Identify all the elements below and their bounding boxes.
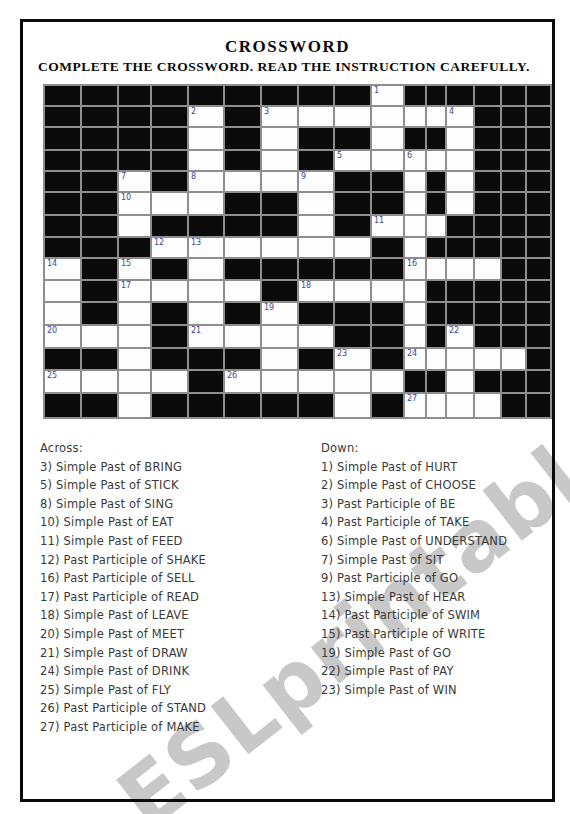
grid-cell[interactable] [262,238,297,257]
grid-cell[interactable] [447,394,473,417]
grid-cell[interactable]: 16 [405,259,425,279]
clue-item: 12) Past Participle of SHAKE [40,551,320,570]
grid-cell[interactable] [475,349,500,369]
grid-cell-black [447,281,473,301]
grid-cell-black [45,349,80,369]
grid-cell[interactable] [405,281,425,301]
grid-cell[interactable] [225,326,260,347]
grid-cell-black [502,151,525,170]
clue-number: 27 [407,394,417,404]
grid-cell-black [527,107,550,126]
grid-cell[interactable] [45,303,80,324]
grid-cell-black [119,128,150,149]
grid-cell[interactable] [427,107,445,126]
grid-cell[interactable]: 8 [189,172,223,191]
grid-cell[interactable] [447,349,473,369]
grid-cell-black [152,172,187,191]
grid-cell-black [527,394,550,417]
grid-cell-black [45,193,80,214]
grid-cell[interactable] [447,151,473,170]
clue-number: 1 [374,86,379,96]
grid-cell-black [225,394,260,417]
clue-number: 4 [449,107,454,117]
clue-number: 5 [337,151,342,161]
grid-cell-black [502,86,525,105]
grid-cell-black [405,86,425,105]
grid-cell[interactable] [335,394,370,417]
clue-item: 6) Simple Past of UNDERSTAND [321,532,566,551]
grid-cell[interactable] [119,394,150,417]
clue-number: 6 [407,151,412,161]
grid-cell[interactable] [405,238,425,257]
grid-cell-black [45,151,80,170]
grid-cell-black [335,326,370,347]
grid-cell[interactable] [225,238,260,257]
across-clues: Across: 3) Simple Past of BRING5) Simple… [40,439,320,737]
grid-cell-black [502,238,525,257]
grid-cell-black [299,303,333,324]
grid-cell[interactable] [152,193,187,214]
grid-cell[interactable] [427,394,445,417]
grid-cell-black [527,326,550,347]
grid-cell-black [447,216,473,236]
grid-cell-black [299,259,333,279]
grid-cell[interactable] [447,172,473,191]
grid-cell[interactable]: 3 [262,107,297,126]
grid-cell[interactable] [447,193,473,214]
grid-cell-black [299,128,333,149]
grid-cell-black [335,216,370,236]
grid-cell-black [225,303,260,324]
grid-cell-black [475,216,500,236]
clue-item: 16) Past Participle of SELL [40,569,320,588]
grid-cell[interactable] [372,128,403,149]
grid-cell-black [152,107,187,126]
clue-item: 10) Simple Past of EAT [40,513,320,532]
clue-number: 23 [337,349,347,359]
grid-cell-black [527,172,550,191]
grid-cell[interactable] [119,303,150,324]
grid-cell-black [82,172,117,191]
grid-cell-black [527,349,550,369]
grid-cell-black [502,193,525,214]
grid-cell-black [427,371,445,392]
grid-cell[interactable]: 17 [119,281,150,301]
grid-cell[interactable] [119,326,150,347]
grid-cell[interactable] [225,172,260,191]
grid-cell-black [45,216,80,236]
grid-cell-black [372,349,403,369]
grid-cell[interactable] [335,238,370,257]
clue-number: 21 [191,326,201,336]
grid-cell[interactable] [335,281,370,301]
clue-item: 21) Simple Past of DRAW [40,644,320,663]
grid-cell[interactable] [119,349,150,369]
grid-cell[interactable] [262,326,297,347]
grid-cell[interactable] [372,371,403,392]
clue-number: 25 [47,371,57,381]
clue-number: 3 [264,107,269,117]
grid-cell[interactable] [405,172,425,191]
grid-cell-black [82,216,117,236]
grid-cell-black [527,259,550,279]
grid-cell-black [299,349,333,369]
grid-cell-black [405,128,425,149]
clue-number: 7 [121,172,126,182]
grid-cell[interactable] [372,107,403,126]
grid-cell-black [225,151,260,170]
worksheet-page: ESLprintables CROSSWORD COMPLETE THE CRO… [0,0,570,814]
grid-cell-black [152,326,187,347]
instruction-text: COMPLETE THE CROSSWORD. READ THE INSTRUC… [38,59,538,75]
grid-cell[interactable] [372,151,403,170]
grid-cell[interactable] [82,371,117,392]
clue-number: 24 [407,349,417,359]
grid-cell-black [152,303,187,324]
grid-cell[interactable] [475,394,500,417]
grid-cell-black [427,193,445,214]
grid-cell[interactable] [427,216,445,236]
grid-cell-black [119,151,150,170]
grid-cell-black [335,172,370,191]
grid-cell[interactable] [427,151,445,170]
grid-cell-black [45,238,80,257]
grid-cell-black [335,128,370,149]
grid-cell-black [152,151,187,170]
grid-cell-black [189,86,223,105]
grid-cell-black [475,172,500,191]
grid-cell[interactable] [405,216,425,236]
grid-cell-black [82,193,117,214]
grid-cell-black [45,86,80,105]
clue-number: 14 [47,259,57,269]
grid-cell-black [45,172,80,191]
grid-cell[interactable] [405,107,425,126]
grid-cell-black [475,151,500,170]
grid-cell-black [225,193,260,214]
grid-cell[interactable] [119,371,150,392]
grid-cell[interactable]: 2 [189,107,223,126]
grid-cell-black [502,172,525,191]
grid-cell-black [527,193,550,214]
grid-cell[interactable] [299,193,333,214]
grid-cell-black [262,394,297,417]
grid-cell[interactable] [262,172,297,191]
across-header: Across: [40,439,320,458]
grid-cell-black [335,193,370,214]
clue-number: 15 [121,259,131,269]
clue-item: 24) Simple Past of DRINK [40,662,320,681]
grid-cell-black [372,259,403,279]
grid-cell-black [475,86,500,105]
grid-cell[interactable] [189,281,223,301]
grid-cell[interactable] [447,371,473,392]
clue-item: 22) Simple Past of PAY [321,662,566,681]
grid-cell-black [225,107,260,126]
grid-cell-black [299,151,333,170]
grid-cell[interactable] [262,151,297,170]
grid-cell-black [502,303,525,324]
grid-cell-black [82,151,117,170]
grid-cell[interactable]: 15 [119,259,150,279]
down-header: Down: [321,439,566,458]
grid-cell[interactable]: 11 [372,216,403,236]
grid-cell[interactable]: 14 [45,259,80,279]
grid-cell[interactable] [299,216,333,236]
clue-number: 18 [301,281,311,291]
grid-cell[interactable] [427,259,445,279]
grid-cell-black [45,128,80,149]
grid-cell-black [82,128,117,149]
clue-item: 18) Simple Past of LEAVE [40,606,320,625]
grid-cell[interactable]: 1 [372,86,403,105]
grid-cell-black [189,216,223,236]
grid-cell-black [447,238,473,257]
grid-cell-black [475,371,500,392]
grid-cell[interactable]: 6 [405,151,425,170]
grid-cell[interactable]: 20 [45,326,80,347]
grid-cell-black [475,193,500,214]
clue-item: 13) Simple Past of HEAR [321,588,566,607]
grid-cell[interactable]: 4 [447,107,473,126]
grid-cell[interactable] [447,128,473,149]
grid-cell-black [119,86,150,105]
grid-cell-black [82,107,117,126]
grid-cell[interactable]: 26 [225,371,260,392]
clue-number: 9 [301,172,306,182]
clue-item: 23) Simple Past of WIN [321,681,566,700]
grid-cell[interactable] [119,216,150,236]
grid-cell[interactable] [405,193,425,214]
grid-cell[interactable] [189,128,223,149]
grid-cell[interactable] [189,151,223,170]
clue-item: 1) Simple Past of HURT [321,458,566,477]
grid-cell[interactable]: 5 [335,151,370,170]
grid-cell-black [225,349,260,369]
grid-cell[interactable]: 24 [405,349,425,369]
grid-cell[interactable] [299,107,333,126]
grid-cell[interactable]: 18 [299,281,333,301]
grid-cell-black [189,349,223,369]
clue-item: 26) Past Participle of STAND [40,699,320,718]
grid-cell-black [475,128,500,149]
grid-cell[interactable]: 9 [299,172,333,191]
grid-cell[interactable] [189,259,223,279]
grid-cell-black [262,259,297,279]
clue-item: 5) Simple Past of STICK [40,476,320,495]
grid-cell[interactable] [45,281,80,301]
clue-item: 9) Past Participle of GO [321,569,566,588]
grid-cell-black [152,216,187,236]
grid-cell-black [82,394,117,417]
grid-cell-black [372,303,403,324]
grid-cell-black [152,259,187,279]
grid-cell-black [502,394,525,417]
grid-cell-black [427,303,445,324]
grid-cell-black [152,128,187,149]
page-title: CROSSWORD [20,37,555,57]
grid-cell-black [427,281,445,301]
grid-cell-black [427,238,445,257]
grid-cell[interactable] [405,326,425,347]
grid-cell-black [189,371,223,392]
clue-number: 26 [227,371,237,381]
grid-cell-black [527,128,550,149]
clue-number: 10 [121,193,131,203]
clue-number: 11 [374,216,384,226]
grid-cell-black [225,86,260,105]
grid-cell-black [82,238,117,257]
clue-item: 7) Simple Past of SIT [321,551,566,570]
clue-item: 14) Past Participle of SWIM [321,606,566,625]
grid-cell[interactable] [427,349,445,369]
grid-cell[interactable]: 12 [152,238,187,257]
grid-cell-black [475,107,500,126]
clue-item: 25) Simple Past of FLY [40,681,320,700]
grid-cell-black [372,172,403,191]
grid-cell[interactable] [152,281,187,301]
grid-cell-black [527,281,550,301]
clue-number: 8 [191,172,196,182]
grid-cell[interactable] [189,193,223,214]
grid-cell-black [527,86,550,105]
grid-cell[interactable]: 13 [189,238,223,257]
grid-cell-black [405,371,425,392]
grid-cell-black [447,303,473,324]
grid-cell-black [372,238,403,257]
grid-cell[interactable]: 10 [119,193,150,214]
grid-cell[interactable] [405,303,425,324]
grid-cell-black [335,86,370,105]
grid-cell-black [152,394,187,417]
grid-cell-black [299,394,333,417]
grid-cell-black [502,371,525,392]
grid-cell-black [502,281,525,301]
grid-cell-black [527,238,550,257]
grid-cell[interactable] [225,281,260,301]
grid-cell[interactable]: 22 [447,326,473,347]
grid-cell[interactable] [189,303,223,324]
clue-item: 11) Simple Past of FEED [40,532,320,551]
down-clues: Down: 1) Simple Past of HURT2) Simple Pa… [321,439,566,699]
grid-cell[interactable] [262,349,297,369]
grid-cell-black [225,216,260,236]
grid-cell-black [119,107,150,126]
clue-item: 3) Simple Past of BRING [40,458,320,477]
clue-item: 15) Past Participle of WRITE [321,625,566,644]
grid-cell-black [262,86,297,105]
grid-cell-black [527,216,550,236]
crossword-grid: 1234567891011121314151617181920212223242… [43,84,552,419]
grid-cell-black [475,281,500,301]
grid-cell-black [262,216,297,236]
clue-item: 3) Past Participle of BE [321,495,566,514]
grid-cell[interactable] [335,371,370,392]
grid-cell-black [502,259,525,279]
grid-cell[interactable] [372,281,403,301]
grid-cell[interactable] [447,259,473,279]
grid-cell-black [427,172,445,191]
grid-cell[interactable]: 7 [119,172,150,191]
grid-cell-black [527,151,550,170]
grid-cell-black [225,128,260,149]
grid-cell-black [475,303,500,324]
grid-cell[interactable] [299,371,333,392]
grid-cell-black [447,86,473,105]
clue-item: 17) Past Participle of READ [40,588,320,607]
grid-cell-black [262,193,297,214]
clue-number: 17 [121,281,131,291]
clue-item: 2) Simple Past of CHOOSE [321,476,566,495]
clue-item: 4) Past Participle of TAKE [321,513,566,532]
grid-cell-black [299,86,333,105]
grid-cell[interactable] [262,128,297,149]
grid-cell-black [527,303,550,324]
clue-number: 13 [191,238,201,248]
grid-cell-black [427,86,445,105]
grid-cell[interactable] [152,371,187,392]
grid-cell[interactable]: 23 [335,349,370,369]
clue-number: 22 [449,326,459,336]
grid-cell-black [372,193,403,214]
grid-cell-black [427,326,445,347]
grid-cell-black [82,259,117,279]
clue-number: 16 [407,259,417,269]
clue-number: 2 [191,107,196,117]
grid-cell-black [502,128,525,149]
grid-cell[interactable] [475,259,500,279]
grid-cell[interactable] [262,371,297,392]
grid-cell-black [262,281,297,301]
grid-cell-black [502,216,525,236]
grid-cell[interactable] [299,238,333,257]
grid-cell-black [502,326,525,347]
grid-cell[interactable]: 25 [45,371,80,392]
grid-cell[interactable] [299,326,333,347]
grid-cell-black [372,394,403,417]
grid-cell-black [225,259,260,279]
grid-cell-black [152,349,187,369]
grid-cell-black [45,394,80,417]
grid-cell-black [82,303,117,324]
grid-cell-black [82,349,117,369]
grid-cell-black [189,394,223,417]
grid-cell[interactable]: 27 [405,394,425,417]
clue-item: 27) Past Participle of MAKE [40,718,320,737]
clue-item: 19) Simple Past of GO [321,644,566,663]
grid-cell-black [45,107,80,126]
clue-item: 20) Simple Past of MEET [40,625,320,644]
grid-cell-black [82,86,117,105]
grid-cell-black [527,371,550,392]
grid-cell-black [372,326,403,347]
grid-cell-black [335,303,370,324]
grid-cell-black [427,128,445,149]
clue-number: 12 [154,238,164,248]
grid-cell-black [152,86,187,105]
grid-cell[interactable] [335,107,370,126]
grid-cell[interactable]: 21 [189,326,223,347]
grid-cell[interactable]: 19 [262,303,297,324]
grid-cell-black [335,259,370,279]
grid-cell-black [119,238,150,257]
clue-item: 8) Simple Past of SING [40,495,320,514]
clue-number: 19 [264,303,274,313]
grid-cell-black [502,107,525,126]
grid-cell[interactable] [82,326,117,347]
grid-cell-black [475,326,500,347]
grid-cell[interactable] [502,349,525,369]
